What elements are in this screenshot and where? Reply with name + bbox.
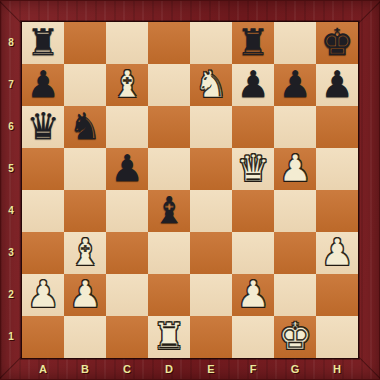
square-a8[interactable]: ♜	[22, 22, 64, 64]
frame-mitre-top-right	[358, 0, 380, 23]
square-g2[interactable]	[274, 274, 316, 316]
white-pawn[interactable]: ♟	[320, 232, 353, 274]
white-pawn[interactable]: ♟	[26, 274, 59, 316]
black-pawn[interactable]: ♟	[278, 64, 311, 106]
square-c6[interactable]	[106, 106, 148, 148]
square-h2[interactable]	[316, 274, 358, 316]
black-rook[interactable]: ♜	[236, 22, 269, 64]
square-f2[interactable]: ♟	[232, 274, 274, 316]
square-h7[interactable]: ♟	[316, 64, 358, 106]
black-pawn[interactable]: ♟	[26, 64, 59, 106]
black-knight[interactable]: ♞	[68, 106, 101, 148]
square-g5[interactable]: ♟	[274, 148, 316, 190]
square-c2[interactable]	[106, 274, 148, 316]
white-king[interactable]: ♚	[278, 316, 311, 358]
square-g1[interactable]: ♚	[274, 316, 316, 358]
square-d5[interactable]	[148, 148, 190, 190]
square-b4[interactable]	[64, 190, 106, 232]
square-e7[interactable]: ♞	[190, 64, 232, 106]
square-e4[interactable]	[190, 190, 232, 232]
black-queen[interactable]: ♛	[26, 106, 59, 148]
square-c7[interactable]: ♝	[106, 64, 148, 106]
square-f6[interactable]	[232, 106, 274, 148]
square-e2[interactable]	[190, 274, 232, 316]
white-knight[interactable]: ♞	[194, 64, 227, 106]
file-label-a: A	[22, 358, 64, 380]
black-pawn[interactable]: ♟	[320, 64, 353, 106]
square-g6[interactable]	[274, 106, 316, 148]
file-label-d: D	[148, 358, 190, 380]
frame-mitre-top-left	[0, 0, 22, 23]
white-pawn[interactable]: ♟	[68, 274, 101, 316]
black-pawn[interactable]: ♟	[236, 64, 269, 106]
square-d8[interactable]	[148, 22, 190, 64]
square-b5[interactable]	[64, 148, 106, 190]
square-g7[interactable]: ♟	[274, 64, 316, 106]
square-h8[interactable]: ♚	[316, 22, 358, 64]
file-label-g: G	[274, 358, 316, 380]
rank-label-1: 1	[0, 316, 22, 358]
black-bishop[interactable]: ♝	[152, 190, 185, 232]
square-f7[interactable]: ♟	[232, 64, 274, 106]
square-a7[interactable]: ♟	[22, 64, 64, 106]
square-d3[interactable]	[148, 232, 190, 274]
file-labels: ABCDEFGH	[22, 358, 358, 380]
square-e6[interactable]	[190, 106, 232, 148]
rank-label-6: 6	[0, 106, 22, 148]
square-e5[interactable]	[190, 148, 232, 190]
black-pawn[interactable]: ♟	[110, 148, 143, 190]
file-label-b: B	[64, 358, 106, 380]
white-bishop[interactable]: ♝	[68, 232, 101, 274]
square-h1[interactable]	[316, 316, 358, 358]
square-f8[interactable]: ♜	[232, 22, 274, 64]
square-d6[interactable]	[148, 106, 190, 148]
square-a6[interactable]: ♛	[22, 106, 64, 148]
square-c5[interactable]: ♟	[106, 148, 148, 190]
square-a2[interactable]: ♟	[22, 274, 64, 316]
square-c3[interactable]	[106, 232, 148, 274]
square-h6[interactable]	[316, 106, 358, 148]
square-e1[interactable]	[190, 316, 232, 358]
square-f3[interactable]	[232, 232, 274, 274]
square-h3[interactable]: ♟	[316, 232, 358, 274]
file-label-f: F	[232, 358, 274, 380]
square-f1[interactable]	[232, 316, 274, 358]
square-a4[interactable]	[22, 190, 64, 232]
file-label-e: E	[190, 358, 232, 380]
white-rook[interactable]: ♜	[152, 316, 185, 358]
square-e3[interactable]	[190, 232, 232, 274]
rank-labels: 87654321	[0, 22, 22, 358]
square-h4[interactable]	[316, 190, 358, 232]
black-king[interactable]: ♚	[320, 22, 353, 64]
square-d7[interactable]	[148, 64, 190, 106]
square-g3[interactable]	[274, 232, 316, 274]
rank-label-3: 3	[0, 232, 22, 274]
white-bishop[interactable]: ♝	[110, 64, 143, 106]
square-g4[interactable]	[274, 190, 316, 232]
rank-label-2: 2	[0, 274, 22, 316]
board-frame: 87654321 ♜♜♚♟♝♞♟♟♟♛♞♟♛♟♝♝♟♟♟♟♜♚ ABCDEFGH	[0, 0, 380, 380]
square-c8[interactable]	[106, 22, 148, 64]
square-h5[interactable]	[316, 148, 358, 190]
frame-mitre-bottom-right	[358, 357, 380, 380]
square-d2[interactable]	[148, 274, 190, 316]
square-c4[interactable]	[106, 190, 148, 232]
frame-mitre-bottom-left	[0, 357, 22, 380]
white-pawn[interactable]: ♟	[236, 274, 269, 316]
square-b2[interactable]: ♟	[64, 274, 106, 316]
black-rook[interactable]: ♜	[26, 22, 59, 64]
file-label-h: H	[316, 358, 358, 380]
chess-board: ♜♜♚♟♝♞♟♟♟♛♞♟♛♟♝♝♟♟♟♟♜♚	[22, 22, 358, 358]
square-a3[interactable]	[22, 232, 64, 274]
rank-label-4: 4	[0, 190, 22, 232]
square-a1[interactable]	[22, 316, 64, 358]
square-b6[interactable]: ♞	[64, 106, 106, 148]
square-e8[interactable]	[190, 22, 232, 64]
rank-label-8: 8	[0, 22, 22, 64]
square-b1[interactable]	[64, 316, 106, 358]
square-b8[interactable]	[64, 22, 106, 64]
square-g8[interactable]	[274, 22, 316, 64]
square-f5[interactable]: ♛	[232, 148, 274, 190]
square-d1[interactable]: ♜	[148, 316, 190, 358]
square-b7[interactable]	[64, 64, 106, 106]
square-a5[interactable]	[22, 148, 64, 190]
file-label-c: C	[106, 358, 148, 380]
square-b3[interactable]: ♝	[64, 232, 106, 274]
square-c1[interactable]	[106, 316, 148, 358]
white-pawn[interactable]: ♟	[278, 148, 311, 190]
rank-label-5: 5	[0, 148, 22, 190]
square-d4[interactable]: ♝	[148, 190, 190, 232]
white-queen[interactable]: ♛	[236, 148, 269, 190]
rank-label-7: 7	[0, 64, 22, 106]
square-f4[interactable]	[232, 190, 274, 232]
